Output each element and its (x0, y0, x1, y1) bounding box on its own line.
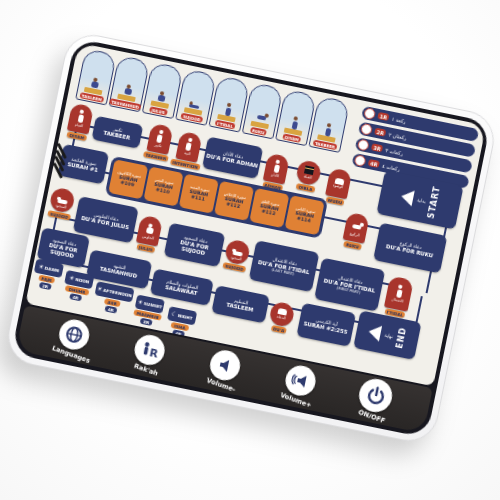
play-triangle-icon (400, 188, 415, 206)
surah-label: SURAH #110 (145, 180, 180, 197)
rakat-count: 2R (39, 282, 52, 290)
globe-icon (64, 324, 85, 345)
bowing-figure-icon (349, 218, 363, 233)
bowing-figure-icon (254, 109, 268, 124)
standing-figure-icon (321, 122, 335, 137)
end-button[interactable]: نهايةEND (353, 310, 421, 360)
led-indicator (354, 154, 367, 167)
rakah-badge: 2R (374, 128, 387, 137)
rakah-badge: 3R (371, 143, 384, 152)
tablet-face: TASLEEM TASHAHHUD JULUS SUJOOD I'TIDAL R… (11, 38, 491, 438)
languages-button[interactable]: Languages (40, 314, 107, 364)
asr-button[interactable]: ☀AFTERNOONASR4R (92, 281, 135, 316)
time-name: NOON (75, 276, 90, 284)
button-label: START (426, 186, 441, 220)
volume-down-button[interactable]: Volume- (191, 344, 258, 394)
surah-2-255-button[interactable]: آية الكرسيSURAH #2:255 (296, 303, 356, 347)
prostrating-figure-icon (231, 242, 245, 257)
icon-label: DU'A (271, 325, 287, 334)
icon-label: SUJOOD (223, 262, 246, 272)
rakah-arabic: ركعات ٤ (382, 162, 401, 171)
prayer-learning-tablet: TASLEEM TASHAHHUD JULUS SUJOOD I'TIDAL R… (3, 30, 499, 447)
rakah-badge: 4R (368, 159, 381, 168)
tasleem-button[interactable]: التسليمTASLEEM (211, 285, 269, 323)
surah-111-button[interactable]: سورة المسدSURAH #111 (179, 174, 219, 214)
sujood-button-1[interactable]: السجودSUJOOD (47, 187, 76, 221)
sitting-figure-icon (121, 81, 135, 96)
icon-arabic: النية (184, 151, 191, 156)
rakah-badge: 1R (377, 112, 390, 121)
standing-figure-icon (74, 109, 88, 124)
surah-label: SURAH #113 (251, 202, 286, 219)
surah-110-button[interactable]: سورة النصرSURAH #110 (143, 166, 183, 206)
takbeer-icon: تكبير (146, 123, 173, 155)
qibla-button[interactable]: القبلةQIBLA (294, 159, 323, 193)
sitting-figure-icon (88, 75, 102, 90)
button-label: TAKBEER (103, 129, 131, 140)
surah-label: SURAH #111 (181, 187, 216, 204)
intention-icon: النية (175, 131, 202, 163)
qibla-icon: القبلة (295, 159, 322, 186)
power-icon (364, 384, 388, 408)
qiyam-button[interactable]: القيامQIYAM (65, 103, 94, 142)
rakah-arabic: ركعة ١ (391, 115, 406, 124)
calling-figure-icon (270, 159, 284, 174)
dua-for-ruku-button[interactable]: دعاء الركوعDU'A FOR RUKU (373, 223, 447, 274)
dua-for-adhan-button[interactable]: دعاء الأذانDU'A FOR ADHAN (202, 136, 263, 179)
prostrating-figure-icon (56, 190, 70, 205)
surah-label: SURAH #114 (287, 209, 322, 226)
intention-button[interactable]: النيةINTENTION (170, 130, 206, 170)
button-arabic: نهاية (384, 332, 393, 339)
kaaba-icon (304, 166, 314, 176)
icon-label: SUJOOD (48, 210, 71, 220)
time-name: AFTERNOON (103, 287, 133, 298)
on-off-button[interactable]: ON/OFF (341, 373, 408, 426)
rakah-arabic: ركعتان ٢ (388, 131, 407, 141)
fajr-button[interactable]: ☀DAWNFAJR2R (31, 259, 64, 292)
surah-112-button[interactable]: سورة الإخلاصSURAH #112 (214, 181, 254, 221)
play-triangle-icon (367, 324, 382, 342)
surah-114-button[interactable]: سورة الناسSURAH #114 (285, 195, 325, 235)
dua-itidal-last-button[interactable]: دعاء الاعتدالDU'A FOR I'TIDAL(LAST PART) (249, 240, 320, 292)
icon-arabic: الوضوء (332, 184, 343, 190)
rakah-figure-icon: R (139, 339, 160, 360)
standing-figure-icon (392, 284, 406, 299)
rakat-count: 4R (104, 305, 117, 313)
icon-label: QIBLA (296, 183, 315, 193)
standing-figure-icon (182, 137, 196, 152)
itidal-icon: الاعتدال (384, 276, 414, 312)
product-photo: TASLEEM TASHAHHUD JULUS SUJOOD I'TIDAL R… (0, 0, 500, 500)
standing-figure-icon (288, 115, 302, 130)
svg-text:R: R (149, 345, 160, 360)
pose-image-takbeer: TAKBEER (308, 96, 350, 153)
prostrating-figure-icon (188, 95, 202, 110)
standing-figure-icon (221, 102, 235, 117)
led-indicator (357, 139, 370, 152)
dua-button[interactable]: الدعاءDU'A (267, 301, 296, 335)
ruku-button[interactable]: الركوعRUKU (341, 212, 370, 251)
led-indicator (363, 107, 376, 120)
sitting-figure-icon (143, 221, 157, 236)
dua-for-sujood-button[interactable]: دعاء السجودDU'A FOR SUJOOD (164, 223, 226, 267)
ruku-icon: الركوع (343, 212, 370, 244)
dhuhr-button[interactable]: ☀NOONDHUHR4R (61, 270, 94, 303)
surah-109-button[interactable]: سورة الكافرونSURAH #109 (108, 159, 148, 199)
button-label: END (395, 326, 408, 349)
takbeer-pose-button[interactable]: تكبيرTAKBEER (143, 123, 175, 162)
time-name: SUNSET (143, 301, 162, 310)
icon-arabic: الدعاء (277, 315, 287, 321)
adhan-icon: الأذان (263, 153, 290, 185)
button-label: TASLEEM (226, 301, 254, 312)
julus-button[interactable]: الجلوسJULUS (134, 215, 163, 254)
standing-figure-icon (153, 129, 167, 144)
sujood-button-2[interactable]: السجودSUJOOD (222, 239, 251, 273)
button-arabic: بداية (417, 197, 427, 204)
led-indicator (360, 123, 373, 136)
speaker-waves-icon (290, 370, 311, 391)
sujood-icon: السجود (49, 187, 76, 214)
wudu-icon: الوضوء (325, 167, 352, 199)
dua-itidal-first-button[interactable]: دعاء الاعتدالDU'A FOR I'TIDAL(FIRST PART… (314, 258, 385, 312)
rakat-count: 3R (140, 318, 153, 326)
sitting-figure-icon (154, 88, 168, 103)
takbeer-button[interactable]: تكبيرTAKBEER (91, 116, 143, 149)
volume-up-button[interactable]: Volume+ (266, 360, 333, 410)
rakah-button[interactable]: R Rak'ah (116, 329, 183, 379)
time-name: DAWN (44, 265, 59, 273)
time-name: NIGHT (177, 313, 193, 321)
dua-hands-icon: الدعاء (268, 301, 295, 328)
qiyam-icon: القيام (67, 103, 94, 135)
sujood-icon: السجود (224, 239, 251, 266)
julus-icon: الجلوس (136, 215, 163, 247)
speaker-icon (215, 354, 236, 375)
itidal-button[interactable]: الاعتدالI'TIDAL (383, 276, 414, 319)
adhan-button[interactable]: الأذانADHAN (261, 153, 290, 192)
maghrib-button[interactable]: ☀SUNSETMAGHRIB3R (132, 294, 165, 327)
surah-113-button[interactable]: سورة الفلقSURAH #113 (249, 188, 289, 228)
rakat-count: 4R (69, 293, 82, 301)
rakah-arabic: ركعات ٣ (385, 147, 404, 156)
